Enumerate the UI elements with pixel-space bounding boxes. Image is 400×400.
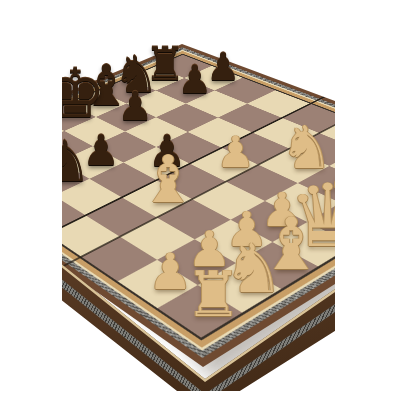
piece-white-pawn-e4[interactable]: ♟ <box>216 131 255 174</box>
scene: ♚♝♞♜♟♟♟♞♟♟♟♝♞♟♟♟♟♟♛♝♞♜ <box>62 0 335 391</box>
piece-white-rook-a1[interactable]: ♜ <box>185 263 241 326</box>
piece-black-knight-b6[interactable]: ♞ <box>62 133 92 190</box>
piece-black-pawn-e7[interactable]: ♟ <box>117 86 153 126</box>
piece-black-king-d8[interactable]: ♚ <box>62 60 106 128</box>
piece-white-bishop-c4[interactable]: ♝ <box>139 146 197 211</box>
photo-crop: ♚♝♞♜♟♟♟♞♟♟♟♝♞♟♟♟♟♟♛♝♞♜ <box>62 0 335 391</box>
chess-photo-stage: ♚♝♞♜♟♟♟♞♟♟♟♝♞♟♟♟♟♟♛♝♞♜ Overhead-angle pr… <box>0 0 400 400</box>
piece-black-pawn-g7[interactable]: ♟ <box>177 59 212 98</box>
